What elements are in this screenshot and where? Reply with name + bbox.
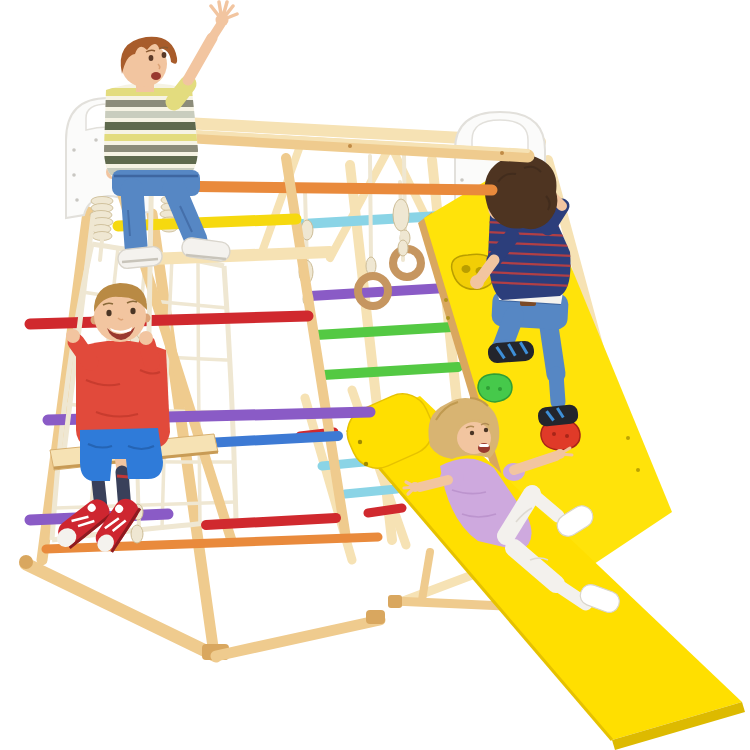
playset-illustration (0, 0, 750, 750)
horizontal-bar-orange (160, 186, 492, 190)
rung-purple (310, 288, 446, 296)
rung-green (316, 327, 452, 335)
product-photo (0, 0, 750, 750)
spread-fingers (211, 2, 237, 20)
hold-green (478, 374, 512, 402)
rung-blue (206, 436, 338, 443)
rung-red-short (206, 518, 336, 525)
hand-gripping-rope (66, 329, 80, 343)
rung-green-2 (323, 367, 458, 375)
bottom-rail-right (216, 620, 380, 656)
sandal-left (487, 340, 534, 363)
rung-cyan-back-2 (345, 489, 397, 494)
hand-gripping-rope-2 (139, 331, 153, 345)
rung-red-back-2 (368, 508, 402, 513)
hand-on-hold (470, 275, 484, 289)
rail-orange-low (46, 537, 378, 549)
bottom-rail-left (26, 564, 216, 656)
